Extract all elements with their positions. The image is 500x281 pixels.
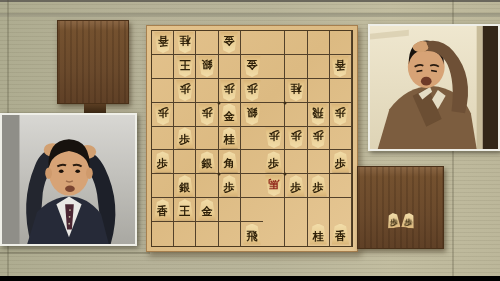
shogi-piece-pawn-sente[interactable]: 歩 (176, 127, 194, 148)
shogi-piece-pawn-gote[interactable]: 歩 (243, 80, 261, 101)
board-cell[interactable] (196, 31, 218, 55)
shogi-piece-bishop-sente[interactable]: 角 (220, 151, 238, 172)
board-cell[interactable]: 歩 (174, 79, 196, 103)
board-cell[interactable]: 馬 (263, 174, 285, 198)
suit-player-photo (2, 115, 135, 244)
board-cell[interactable] (330, 127, 352, 151)
board-cell[interactable] (196, 79, 218, 103)
board-cell[interactable] (263, 79, 285, 103)
board-cell[interactable]: 金 (219, 103, 241, 127)
shogi-piece-pawn-gote[interactable]: 歩 (265, 127, 283, 148)
broadcast-frame: 香桂金王銀金香歩歩歩桂歩歩金銀飛歩歩桂歩歩歩歩銀角歩歩銀歩馬歩歩香王金飛桂香 歩… (0, 0, 500, 281)
board-cell[interactable]: 香 (330, 55, 352, 79)
player-inset-sente (0, 113, 137, 246)
board-cell[interactable]: 歩 (219, 174, 241, 198)
board-cell[interactable]: 歩 (308, 174, 330, 198)
shogi-piece-knight-sente[interactable]: 桂 (309, 224, 327, 245)
shogi-piece-gold-gote[interactable]: 金 (220, 32, 238, 53)
komadai-gote (57, 20, 129, 104)
board-cell[interactable] (219, 198, 241, 222)
board-cell[interactable] (152, 127, 174, 151)
shogi-piece-pawn-gote[interactable]: 歩 (287, 127, 305, 148)
board-cell[interactable] (285, 150, 307, 174)
shogi-piece-silver-gote[interactable]: 銀 (198, 56, 216, 77)
board-cell[interactable] (219, 55, 241, 79)
board-cell[interactable]: 歩 (263, 127, 285, 151)
kimono-player-photo (370, 26, 498, 149)
board-cell[interactable]: 桂 (219, 127, 241, 151)
hoshi-dot (284, 101, 287, 104)
komadai-sente: 歩歩 (357, 166, 444, 249)
board-cell[interactable] (152, 55, 174, 79)
tatami-seam (0, 13, 500, 17)
shogi-piece-knight-sente[interactable]: 桂 (220, 127, 238, 148)
board-cell[interactable]: 金 (241, 55, 263, 79)
board-cell[interactable]: 歩 (219, 79, 241, 103)
board-cell[interactable]: 香 (152, 31, 174, 55)
board-cell[interactable]: 銀 (174, 174, 196, 198)
shogi-piece-silver-sente[interactable]: 銀 (176, 175, 194, 196)
board-cell[interactable] (330, 79, 352, 103)
shogi-piece-pawn-gote[interactable]: 歩 (154, 104, 172, 125)
board-cell[interactable]: 歩 (196, 103, 218, 127)
board-cell[interactable]: 銀 (196, 55, 218, 79)
board-cell[interactable] (219, 222, 241, 246)
board-cell[interactable] (174, 222, 196, 246)
board-cell[interactable] (308, 55, 330, 79)
board-cell[interactable]: 桂 (285, 79, 307, 103)
shogi-piece-knight-gote[interactable]: 桂 (287, 80, 305, 101)
shogi-piece-pawn-sente[interactable]: 歩 (287, 175, 305, 196)
shogi-piece-silver-gote[interactable]: 銀 (243, 104, 261, 125)
board-grid[interactable]: 香桂金王銀金香歩歩歩桂歩歩金銀飛歩歩桂歩歩歩歩銀角歩歩銀歩馬歩歩香王金飛桂香 (151, 30, 353, 247)
board-cell[interactable]: 金 (196, 198, 218, 222)
board-cell[interactable]: 歩 (174, 127, 196, 151)
shogi-piece-rook-gote[interactable]: 飛 (309, 104, 327, 125)
board-cell[interactable] (196, 174, 218, 198)
shogi-piece-silver-sente[interactable]: 銀 (198, 151, 216, 172)
shogi-piece-king-sente[interactable]: 王 (176, 199, 194, 220)
shogi-piece-pawn-gote[interactable]: 歩 (309, 127, 327, 148)
shogi-piece-gold-gote[interactable]: 金 (243, 56, 261, 77)
board-cell[interactable] (308, 31, 330, 55)
board-cell[interactable]: 銀 (241, 103, 263, 127)
board-cell[interactable]: 歩 (285, 174, 307, 198)
board-cell[interactable]: 金 (219, 31, 241, 55)
board-cell[interactable] (263, 31, 285, 55)
letterbox-bar (0, 276, 500, 281)
board-cell[interactable] (285, 31, 307, 55)
board-cell[interactable] (285, 198, 307, 222)
shogi-piece-pawn-gote[interactable]: 歩 (198, 104, 216, 125)
board-cell[interactable] (174, 103, 196, 127)
board-cell[interactable]: 歩 (308, 127, 330, 151)
board-cell[interactable] (196, 127, 218, 151)
shogi-piece-lance-gote[interactable]: 香 (154, 32, 172, 53)
hoshi-dot (284, 173, 287, 176)
shogi-piece-knight-gote[interactable]: 桂 (176, 32, 194, 53)
board-cell[interactable] (241, 31, 263, 55)
board-cell[interactable] (174, 150, 196, 174)
shogi-board[interactable]: 香桂金王銀金香歩歩歩桂歩歩金銀飛歩歩桂歩歩歩歩銀角歩歩銀歩馬歩歩香王金飛桂香 (146, 25, 358, 252)
shogi-piece-gold-sente[interactable]: 金 (198, 199, 216, 220)
board-cell[interactable] (330, 31, 352, 55)
captured-pawn[interactable]: 歩 (401, 212, 416, 229)
board-cell[interactable] (263, 198, 285, 222)
board-cell[interactable]: 王 (174, 198, 196, 222)
shogi-piece-lance-sente[interactable]: 香 (331, 224, 349, 245)
screen-top-edge (0, 0, 500, 2)
shogi-piece-pawn-sente[interactable]: 歩 (220, 175, 238, 196)
board-cell[interactable] (285, 103, 307, 127)
board-cell[interactable]: 歩 (263, 150, 285, 174)
shogi-piece-pawn-sente[interactable]: 歩 (331, 151, 349, 172)
board-cell[interactable] (308, 79, 330, 103)
board-cell[interactable]: 飛 (241, 222, 263, 246)
shogi-piece-king-gote[interactable]: 王 (176, 56, 194, 77)
shogi-piece-pawn-sente[interactable]: 歩 (309, 175, 327, 196)
board-cell[interactable]: 歩 (152, 103, 174, 127)
player-inset-gote (368, 24, 500, 151)
board-cell[interactable]: 歩 (285, 127, 307, 151)
hoshi-dot (217, 173, 220, 176)
board-cell[interactable]: 歩 (330, 150, 352, 174)
board-cell[interactable]: 桂 (174, 31, 196, 55)
board-cell[interactable]: 歩 (330, 103, 352, 127)
shogi-piece-lance-gote[interactable]: 香 (331, 56, 349, 77)
shogi-piece-promoted-bishop-gote[interactable]: 馬 (265, 175, 283, 196)
board-cell[interactable]: 銀 (196, 150, 218, 174)
board-cell[interactable]: 角 (219, 150, 241, 174)
board-cell[interactable]: 香 (330, 222, 352, 246)
board-cell[interactable] (263, 222, 285, 246)
board-cell[interactable]: 歩 (241, 79, 263, 103)
board-cell[interactable] (330, 174, 352, 198)
board-cell[interactable] (152, 174, 174, 198)
board-cell[interactable] (241, 174, 263, 198)
board-cell[interactable] (196, 222, 218, 246)
captured-pawn[interactable]: 歩 (386, 212, 400, 228)
shogi-piece-pawn-gote[interactable]: 歩 (176, 80, 194, 101)
board-cell[interactable] (308, 150, 330, 174)
board-cell[interactable]: 飛 (308, 103, 330, 127)
board-cell[interactable] (285, 55, 307, 79)
shogi-piece-gold-sente[interactable]: 金 (220, 104, 238, 125)
board-cell[interactable] (152, 222, 174, 246)
board-cell[interactable]: 香 (152, 198, 174, 222)
board-cell[interactable] (263, 103, 285, 127)
board-cell[interactable] (152, 79, 174, 103)
komadai-gote-leg (84, 104, 106, 113)
shogi-piece-pawn-sente[interactable]: 歩 (265, 151, 283, 172)
board-cell[interactable]: 桂 (308, 222, 330, 246)
hoshi-dot (217, 101, 220, 104)
shogi-piece-pawn-gote[interactable]: 歩 (331, 104, 349, 125)
tatami-seam (0, 252, 150, 254)
board-cell[interactable] (330, 198, 352, 222)
shogi-piece-pawn-sente[interactable]: 歩 (154, 151, 172, 172)
board-cell[interactable] (241, 198, 263, 222)
shogi-piece-lance-sente[interactable]: 香 (154, 199, 172, 220)
board-cell[interactable] (285, 222, 307, 246)
board-cell[interactable]: 歩 (152, 150, 174, 174)
shogi-piece-rook-sente[interactable]: 飛 (243, 224, 261, 245)
board-cell[interactable]: 王 (174, 55, 196, 79)
board-cell[interactable] (308, 198, 330, 222)
shogi-piece-pawn-gote[interactable]: 歩 (220, 80, 238, 101)
board-cell[interactable] (241, 127, 263, 151)
board-cell[interactable] (263, 55, 285, 79)
board-cell[interactable] (241, 150, 263, 174)
